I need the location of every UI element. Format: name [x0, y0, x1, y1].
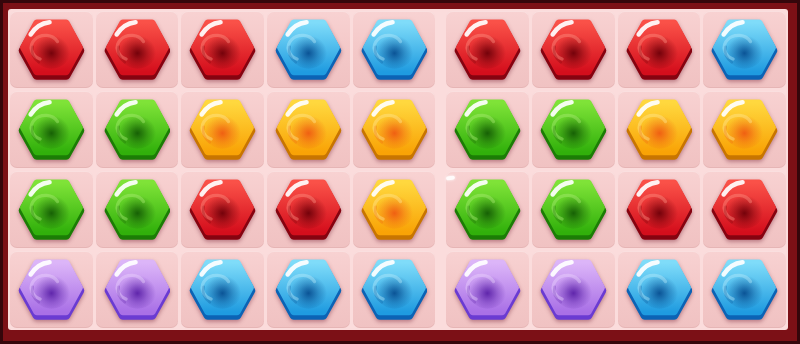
board-cell-r3c9[interactable]	[703, 171, 786, 248]
board-section-divider	[438, 171, 443, 248]
board-cell-r4c4[interactable]	[267, 251, 350, 328]
red-gem-icon	[189, 17, 256, 82]
board-cell-r3c8[interactable]	[618, 171, 701, 248]
board-cell-r4c3[interactable]	[181, 251, 264, 328]
board-section-divider	[438, 251, 443, 328]
board-cell-r2c3[interactable]	[181, 91, 264, 168]
board-cell-r3c3[interactable]	[181, 171, 264, 248]
red-gem-icon	[626, 177, 693, 242]
board-cell-r2c1[interactable]	[10, 91, 93, 168]
board-cell-r2c5[interactable]	[353, 91, 436, 168]
board-cell-r3c4[interactable]	[267, 171, 350, 248]
board-cell-r3c6[interactable]	[446, 171, 529, 248]
red-gem-icon	[454, 17, 521, 82]
green-gem-icon	[104, 177, 171, 242]
board-cell-r2c2[interactable]	[96, 91, 179, 168]
green-gem-icon	[18, 97, 85, 162]
board-cell-r1c4[interactable]	[267, 11, 350, 88]
board-cell-r3c2[interactable]	[96, 171, 179, 248]
board-cell-r2c6[interactable]	[446, 91, 529, 168]
board-cell-r1c1[interactable]	[10, 11, 93, 88]
blue-gem-icon	[361, 257, 428, 322]
board-cell-r3c7[interactable]	[532, 171, 615, 248]
orange-gem-icon	[189, 97, 256, 162]
green-gem-icon	[18, 177, 85, 242]
board-cell-r2c4[interactable]	[267, 91, 350, 168]
green-gem-icon	[454, 97, 521, 162]
game-board-frame	[0, 0, 800, 344]
orange-gem-icon	[626, 97, 693, 162]
green-gem-icon	[104, 97, 171, 162]
blue-gem-icon	[626, 257, 693, 322]
board-cell-r1c7[interactable]	[532, 11, 615, 88]
red-gem-icon	[275, 177, 342, 242]
board-cell-r4c8[interactable]	[618, 251, 701, 328]
board-cell-r3c1[interactable]	[10, 171, 93, 248]
board-section-divider	[438, 11, 443, 88]
red-gem-icon	[540, 17, 607, 82]
board-cell-r3c5[interactable]	[353, 171, 436, 248]
board-cell-r4c9[interactable]	[703, 251, 786, 328]
red-gem-icon	[711, 177, 778, 242]
red-gem-icon	[104, 17, 171, 82]
board-cell-r1c5[interactable]	[353, 11, 436, 88]
green-gem-icon	[454, 177, 521, 242]
blue-gem-icon	[711, 257, 778, 322]
board-cell-r1c6[interactable]	[446, 11, 529, 88]
green-gem-icon	[540, 97, 607, 162]
purple-gem-icon	[18, 257, 85, 322]
gem-grid	[8, 9, 788, 330]
board-cell-r1c3[interactable]	[181, 11, 264, 88]
board-cell-r4c1[interactable]	[10, 251, 93, 328]
green-gem-icon	[540, 177, 607, 242]
board-cell-r2c8[interactable]	[618, 91, 701, 168]
board-cell-r1c2[interactable]	[96, 11, 179, 88]
board-cell-r1c8[interactable]	[618, 11, 701, 88]
board-section-divider	[438, 91, 443, 168]
board-cell-r2c7[interactable]	[532, 91, 615, 168]
orange-gem-icon	[711, 97, 778, 162]
red-gem-icon	[189, 177, 256, 242]
board-cell-r4c2[interactable]	[96, 251, 179, 328]
blue-gem-icon	[275, 257, 342, 322]
orange-gem-icon	[275, 97, 342, 162]
board-cell-r4c7[interactable]	[532, 251, 615, 328]
purple-gem-icon	[454, 257, 521, 322]
blue-gem-icon	[189, 257, 256, 322]
board-cell-r4c6[interactable]	[446, 251, 529, 328]
blue-gem-icon	[711, 17, 778, 82]
board-cell-r4c5[interactable]	[353, 251, 436, 328]
blue-gem-icon	[275, 17, 342, 82]
orange-gem-icon	[361, 177, 428, 242]
orange-gem-icon	[361, 97, 428, 162]
blue-gem-icon	[361, 17, 428, 82]
red-gem-icon	[18, 17, 85, 82]
red-gem-icon	[626, 17, 693, 82]
board-cell-r1c9[interactable]	[703, 11, 786, 88]
purple-gem-icon	[104, 257, 171, 322]
purple-gem-icon	[540, 257, 607, 322]
board-cell-r2c9[interactable]	[703, 91, 786, 168]
